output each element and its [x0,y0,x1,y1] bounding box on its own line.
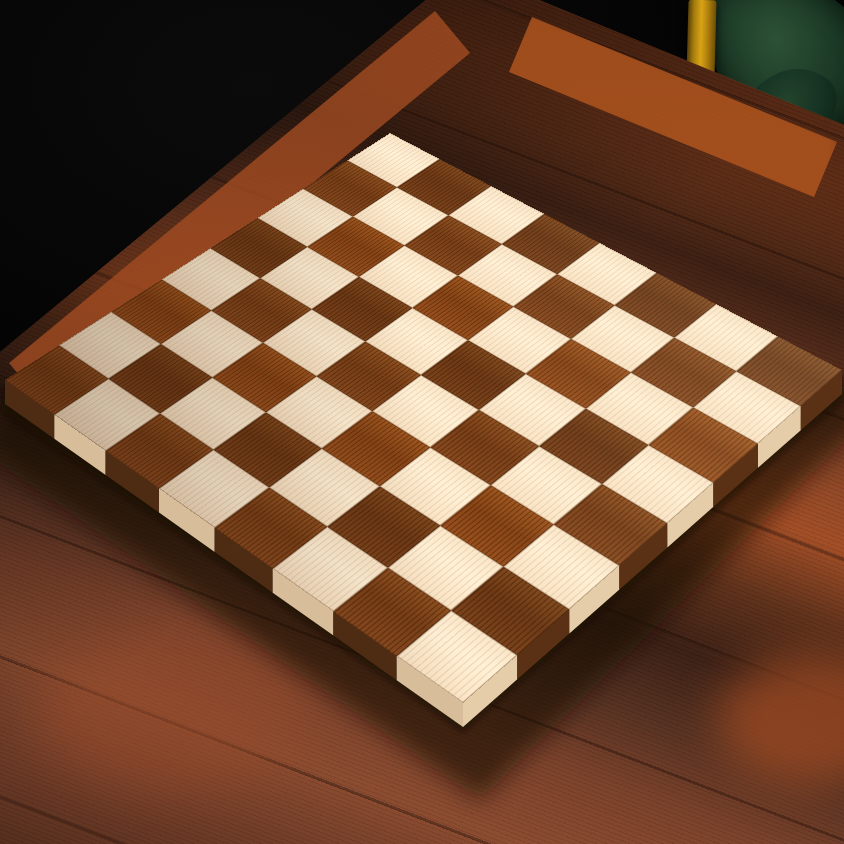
table-light-patch-right [716,656,844,786]
table-light-patch-left [40,640,300,790]
scene [0,0,844,844]
